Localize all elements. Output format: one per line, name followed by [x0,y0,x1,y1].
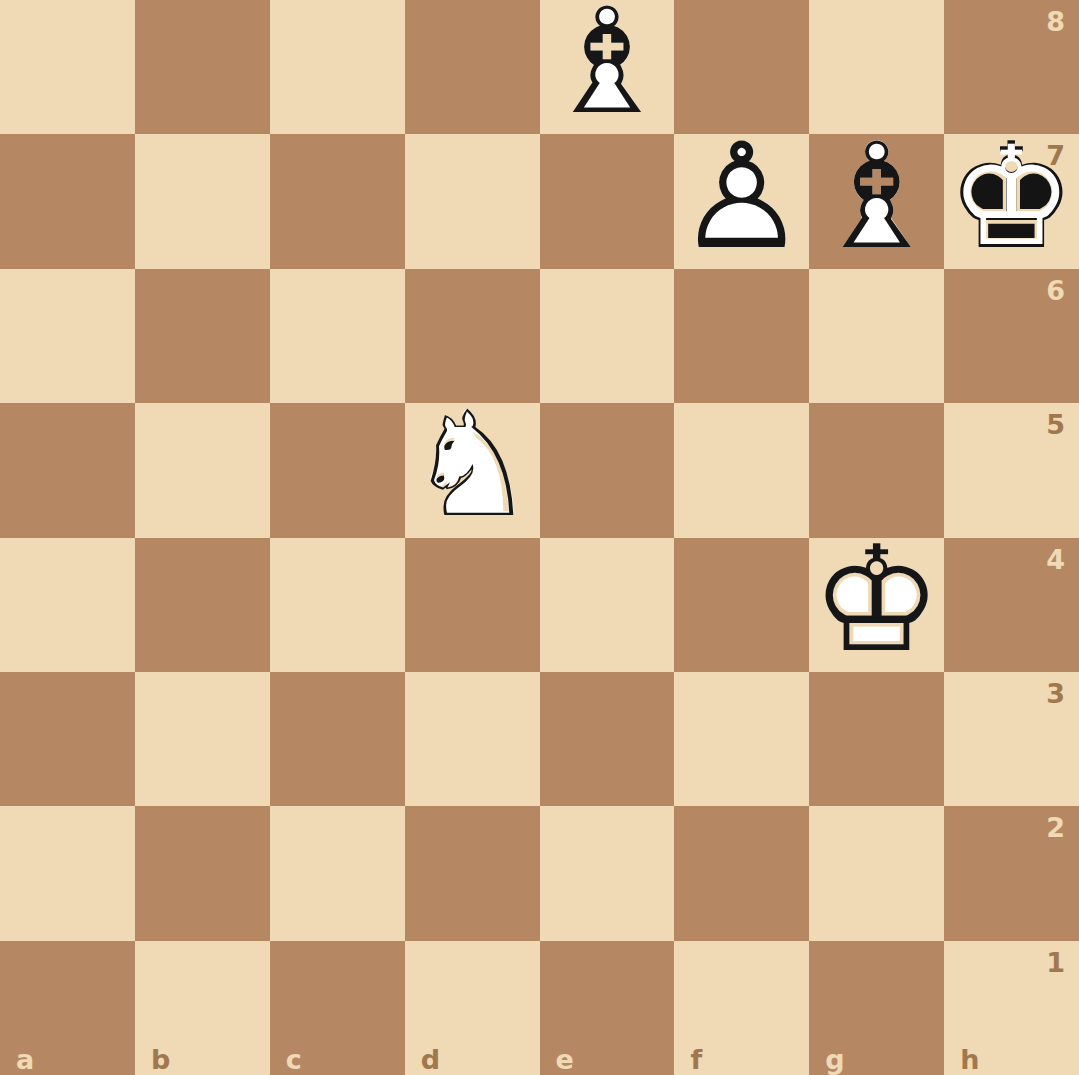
file-label-d: d [421,1046,440,1073]
square-b4[interactable] [135,538,270,672]
white-bishop[interactable]: ♝♗ [540,0,675,134]
file-label-f: f [690,1046,702,1073]
chess-board: ♝♗8♟♙♝♗7♚♔6♞♘5♚♔432abcdefg1h [0,0,1079,1075]
rank-label-1: 1 [1046,949,1065,976]
square-a5[interactable] [0,403,135,537]
white-king[interactable]: ♚♔ [809,538,944,672]
white-bishop-outline-glyph: ♗ [811,123,942,269]
square-f5[interactable] [674,403,809,537]
square-a4[interactable] [0,538,135,672]
white-knight[interactable]: ♞♘ [405,403,540,537]
rank-label-5: 5 [1046,411,1065,438]
square-h3[interactable]: 3 [944,672,1079,806]
square-h1[interactable]: 1h [944,941,1079,1075]
file-label-e: e [556,1046,574,1073]
square-c1[interactable]: c [270,941,405,1075]
white-pawn[interactable]: ♟♙ [674,134,809,268]
square-b5[interactable] [135,403,270,537]
square-e4[interactable] [540,538,675,672]
square-b3[interactable] [135,672,270,806]
square-b8[interactable] [135,0,270,134]
square-g4[interactable]: ♚♔ [809,538,944,672]
rank-label-4: 4 [1046,546,1065,573]
square-e5[interactable] [540,403,675,537]
square-e3[interactable] [540,672,675,806]
square-g7[interactable]: ♝♗ [809,134,944,268]
square-h5[interactable]: 5 [944,403,1079,537]
white-bishop[interactable]: ♝♗ [809,134,944,268]
white-pawn-outline-glyph: ♙ [676,123,807,269]
square-f2[interactable] [674,806,809,940]
square-c7[interactable] [270,134,405,268]
white-knight-outline-glyph: ♘ [407,391,538,537]
square-e8[interactable]: ♝♗ [540,0,675,134]
square-e6[interactable] [540,269,675,403]
white-king-outline-glyph: ♔ [811,526,942,672]
square-a1[interactable]: a [0,941,135,1075]
square-f6[interactable] [674,269,809,403]
square-h7[interactable]: 7♚♔ [944,134,1079,268]
square-b1[interactable]: b [135,941,270,1075]
rank-label-8: 8 [1046,8,1065,35]
square-d1[interactable]: d [405,941,540,1075]
square-d8[interactable] [405,0,540,134]
square-d4[interactable] [405,538,540,672]
square-c3[interactable] [270,672,405,806]
square-c6[interactable] [270,269,405,403]
square-a7[interactable] [0,134,135,268]
square-c5[interactable] [270,403,405,537]
square-d2[interactable] [405,806,540,940]
square-a2[interactable] [0,806,135,940]
rank-label-2: 2 [1046,814,1065,841]
square-d3[interactable] [405,672,540,806]
square-f1[interactable]: f [674,941,809,1075]
square-a8[interactable] [0,0,135,134]
square-g3[interactable] [809,672,944,806]
square-a6[interactable] [0,269,135,403]
square-e2[interactable] [540,806,675,940]
square-f4[interactable] [674,538,809,672]
square-a3[interactable] [0,672,135,806]
square-d7[interactable] [405,134,540,268]
rank-label-6: 6 [1046,277,1065,304]
square-h2[interactable]: 2 [944,806,1079,940]
file-label-a: a [16,1046,34,1073]
square-g6[interactable] [809,269,944,403]
square-f3[interactable] [674,672,809,806]
file-label-c: c [286,1046,302,1073]
square-c2[interactable] [270,806,405,940]
square-e7[interactable] [540,134,675,268]
file-label-h: h [960,1046,979,1073]
black-king-outline-glyph: ♔ [950,127,1073,264]
square-h4[interactable]: 4 [944,538,1079,672]
square-d5[interactable]: ♞♘ [405,403,540,537]
file-label-g: g [825,1046,844,1073]
square-g1[interactable]: g [809,941,944,1075]
rank-label-3: 3 [1046,680,1065,707]
square-c8[interactable] [270,0,405,134]
square-b6[interactable] [135,269,270,403]
square-g2[interactable] [809,806,944,940]
square-e1[interactable]: e [540,941,675,1075]
square-c4[interactable] [270,538,405,672]
square-b2[interactable] [135,806,270,940]
white-bishop-outline-glyph: ♗ [541,0,672,134]
square-h6[interactable]: 6 [944,269,1079,403]
file-label-b: b [151,1046,170,1073]
square-b7[interactable] [135,134,270,268]
black-king[interactable]: ♚♔ [944,134,1079,268]
square-f7[interactable]: ♟♙ [674,134,809,268]
